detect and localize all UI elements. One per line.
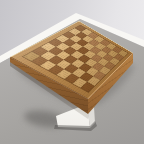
chess-table-photo [0, 0, 144, 144]
